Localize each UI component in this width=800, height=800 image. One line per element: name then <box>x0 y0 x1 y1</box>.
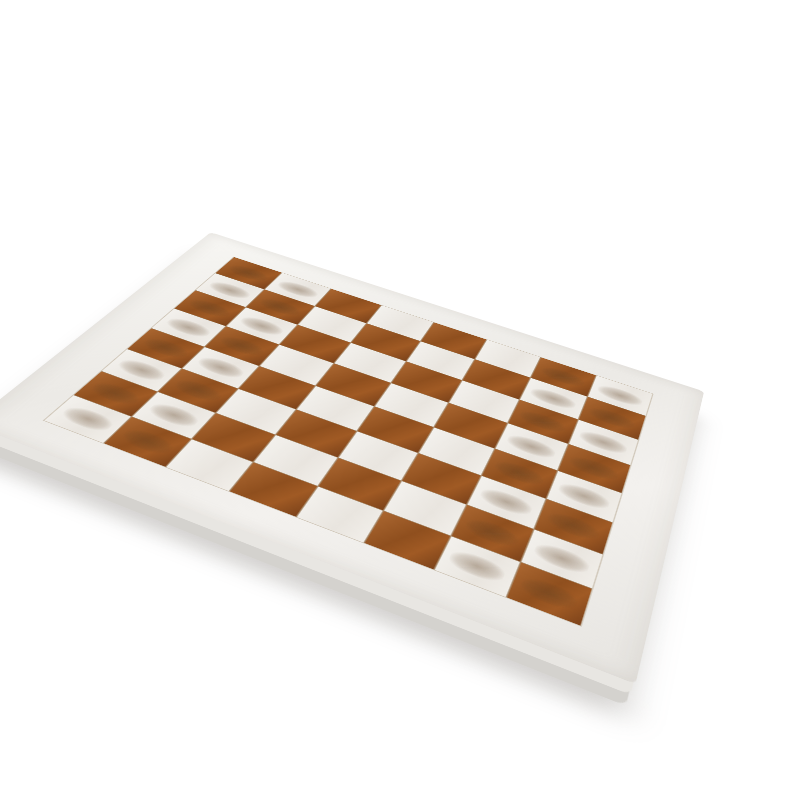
piece-white-pawn-h2: ♟ <box>448 507 504 567</box>
piece-anchor-h1[interactable]: ♜ <box>506 561 592 625</box>
chess-board-3d: ♜♞♟♝♟♛♟♚♟♝♟♞♟♟♜♟♟♜♟♟♞♟♝♟♛♟♚♟♝♟♞♜ <box>0 232 704 684</box>
piece-white-rook-h1: ♜ <box>514 521 583 594</box>
product-photo-chess-set: ♜♞♟♝♟♛♟♚♟♝♟♞♟♟♜♟♟♜♟♟♞♟♝♟♛♟♚♟♝♟♞♜ <box>0 0 800 800</box>
piece-brown-pawn-h7: ♟ <box>121 387 173 442</box>
scene: ♜♞♟♝♟♛♟♚♟♝♟♞♟♟♜♟♟♜♟♟♞♟♝♟♛♟♚♟♝♟♞♜ <box>0 0 800 800</box>
piece-brown-rook-h8: ♜ <box>56 354 118 420</box>
